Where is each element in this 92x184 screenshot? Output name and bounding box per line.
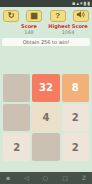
tile-r1c1: 4 [32,104,59,132]
board-size-button[interactable]: ▦ [26,10,42,22]
wifi-icon: ▮ [83,0,86,7]
back-icon[interactable]: ◁ [24,172,29,184]
question-mark-icon: ? [55,11,60,21]
restart-icon: ↻ [8,11,15,21]
game-board[interactable]: 32 8 4 2 2 2 [3,74,89,161]
z-shortcut-icon[interactable]: Z [82,172,86,184]
highest-score-value: 1064 [46,29,90,36]
app-screen: ▪ ▴ ▾ ▮ ▮ ↻ ▦ ? Score 148 [0,0,92,184]
board-gap [0,161,92,172]
score-panel: Score 148 Highest Score 1064 [0,22,92,37]
tile-r0c2: 8 [62,74,89,102]
android-nav-bar: ▪ ◁ ○ ▢ Z [0,172,92,184]
tile-r2c0: 2 [3,133,30,161]
battery-icon: ▮ [87,0,90,7]
home-icon[interactable]: ○ [43,172,48,184]
tile-r0c1: 32 [32,74,59,102]
tile-r1c2: 2 [62,104,89,132]
tile-r0c0 [3,74,30,102]
nav-dot-icon[interactable]: ▪ [6,172,10,184]
tile-r2c1 [32,133,59,161]
status-bar: ▪ ▴ ▾ ▮ ▮ [0,0,92,7]
restart-button[interactable]: ↻ [3,10,19,22]
spacer [0,46,92,74]
speaker-icon [76,10,85,22]
toolbar: ↻ ▦ ? [0,7,92,22]
highest-score-block: Highest Score 1064 [46,23,90,36]
recents-icon[interactable]: ▢ [62,172,68,184]
help-button[interactable]: ? [50,10,66,22]
notification-icon: ▪ [72,0,75,7]
score-value: 148 [12,29,46,36]
signal-down-icon: ▾ [80,0,83,7]
signal-up-icon: ▴ [76,0,79,7]
score-block: Score 148 [12,23,46,36]
grid-icon: ▦ [31,11,39,21]
goal-banner-text: Obtain 256 to win! [23,38,70,46]
sound-button[interactable] [73,10,89,22]
tile-r1c0 [3,104,30,132]
tile-r2c2: 2 [62,133,89,161]
goal-banner: Obtain 256 to win! [2,38,90,46]
